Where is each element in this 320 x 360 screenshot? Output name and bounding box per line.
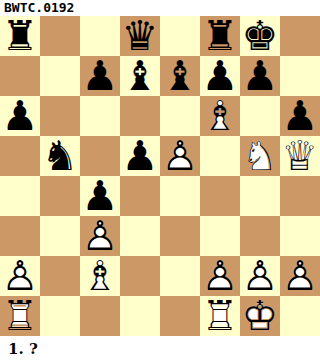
square-d7[interactable]: ♝	[120, 56, 160, 96]
black-pawn-piece: ♟	[80, 56, 120, 96]
white-bishop-piece: ♝♗	[200, 96, 240, 136]
square-c5[interactable]	[80, 136, 120, 176]
square-a8[interactable]: ♜	[0, 16, 40, 56]
white-king-piece: ♚♔	[240, 296, 280, 336]
square-b1[interactable]	[40, 296, 80, 336]
square-a5[interactable]	[0, 136, 40, 176]
square-e3[interactable]	[160, 216, 200, 256]
chess-puzzle-window: BWTC.0192 ♜♛♜♚♟♝♝♟♟♟♝♗♟♞♟♟♙♞♘♛♕♟♟♙♟♙♝♗♟♙…	[0, 0, 320, 360]
square-g5[interactable]: ♞♘	[240, 136, 280, 176]
black-queen-piece: ♛	[120, 16, 160, 56]
square-h6[interactable]: ♟	[280, 96, 320, 136]
square-h3[interactable]	[280, 216, 320, 256]
square-a7[interactable]	[0, 56, 40, 96]
square-h2[interactable]: ♟♙	[280, 256, 320, 296]
square-d6[interactable]	[120, 96, 160, 136]
square-f6[interactable]: ♝♗	[200, 96, 240, 136]
black-pawn-piece: ♟	[80, 176, 120, 216]
white-queen-piece: ♛♕	[280, 136, 320, 176]
white-knight-piece: ♞♘	[240, 136, 280, 176]
white-pawn-piece: ♟♙	[200, 256, 240, 296]
black-knight-piece: ♞	[40, 136, 80, 176]
white-bishop-piece: ♝♗	[80, 256, 120, 296]
black-pawn-piece: ♟	[0, 96, 40, 136]
square-c2[interactable]: ♝♗	[80, 256, 120, 296]
square-h5[interactable]: ♛♕	[280, 136, 320, 176]
square-g6[interactable]	[240, 96, 280, 136]
square-g1[interactable]: ♚♔	[240, 296, 280, 336]
square-h4[interactable]	[280, 176, 320, 216]
square-c4[interactable]: ♟	[80, 176, 120, 216]
black-pawn-piece: ♟	[120, 136, 160, 176]
square-b2[interactable]	[40, 256, 80, 296]
square-c3[interactable]: ♟♙	[80, 216, 120, 256]
square-e2[interactable]	[160, 256, 200, 296]
black-pawn-piece: ♟	[280, 96, 320, 136]
black-bishop-piece: ♝	[160, 56, 200, 96]
square-e7[interactable]: ♝	[160, 56, 200, 96]
square-b6[interactable]	[40, 96, 80, 136]
square-h1[interactable]	[280, 296, 320, 336]
square-d3[interactable]	[120, 216, 160, 256]
black-pawn-piece: ♟	[200, 56, 240, 96]
square-b4[interactable]	[40, 176, 80, 216]
square-d5[interactable]: ♟	[120, 136, 160, 176]
square-e6[interactable]	[160, 96, 200, 136]
square-g7[interactable]: ♟	[240, 56, 280, 96]
white-pawn-piece: ♟♙	[0, 256, 40, 296]
square-f4[interactable]	[200, 176, 240, 216]
square-h7[interactable]	[280, 56, 320, 96]
square-b3[interactable]	[40, 216, 80, 256]
square-d4[interactable]	[120, 176, 160, 216]
square-a6[interactable]: ♟	[0, 96, 40, 136]
white-rook-piece: ♜♖	[200, 296, 240, 336]
square-f8[interactable]: ♜	[200, 16, 240, 56]
square-e8[interactable]	[160, 16, 200, 56]
square-e4[interactable]	[160, 176, 200, 216]
white-pawn-piece: ♟♙	[240, 256, 280, 296]
square-a4[interactable]	[0, 176, 40, 216]
square-d8[interactable]: ♛	[120, 16, 160, 56]
black-rook-piece: ♜	[0, 16, 40, 56]
square-a1[interactable]: ♜♖	[0, 296, 40, 336]
square-h8[interactable]	[280, 16, 320, 56]
square-g2[interactable]: ♟♙	[240, 256, 280, 296]
square-b7[interactable]	[40, 56, 80, 96]
square-f3[interactable]	[200, 216, 240, 256]
square-f5[interactable]	[200, 136, 240, 176]
chess-board: ♜♛♜♚♟♝♝♟♟♟♝♗♟♞♟♟♙♞♘♛♕♟♟♙♟♙♝♗♟♙♟♙♟♙♜♖♜♖♚♔	[0, 16, 320, 336]
white-pawn-piece: ♟♙	[160, 136, 200, 176]
black-pawn-piece: ♟	[240, 56, 280, 96]
square-c6[interactable]	[80, 96, 120, 136]
square-b5[interactable]: ♞	[40, 136, 80, 176]
square-g3[interactable]	[240, 216, 280, 256]
square-f1[interactable]: ♜♖	[200, 296, 240, 336]
square-e5[interactable]: ♟♙	[160, 136, 200, 176]
square-c7[interactable]: ♟	[80, 56, 120, 96]
square-f2[interactable]: ♟♙	[200, 256, 240, 296]
square-c1[interactable]	[80, 296, 120, 336]
square-d2[interactable]	[120, 256, 160, 296]
square-f7[interactable]: ♟	[200, 56, 240, 96]
square-c8[interactable]	[80, 16, 120, 56]
black-rook-piece: ♜	[200, 16, 240, 56]
white-pawn-piece: ♟♙	[280, 256, 320, 296]
square-a2[interactable]: ♟♙	[0, 256, 40, 296]
white-pawn-piece: ♟♙	[80, 216, 120, 256]
square-d1[interactable]	[120, 296, 160, 336]
square-b8[interactable]	[40, 16, 80, 56]
black-bishop-piece: ♝	[120, 56, 160, 96]
white-rook-piece: ♜♖	[0, 296, 40, 336]
square-g4[interactable]	[240, 176, 280, 216]
square-a3[interactable]	[0, 216, 40, 256]
square-e1[interactable]	[160, 296, 200, 336]
black-king-piece: ♚	[240, 16, 280, 56]
square-g8[interactable]: ♚	[240, 16, 280, 56]
